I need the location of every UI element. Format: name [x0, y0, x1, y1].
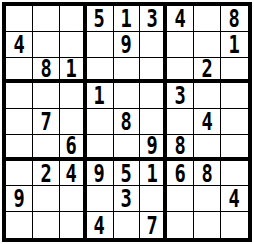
cell-value: 1	[146, 161, 157, 186]
cell-r3c5[interactable]	[114, 58, 141, 84]
cell-value: 8	[121, 109, 132, 134]
cell-r1c9[interactable]: 8	[221, 6, 248, 32]
cell-value: 7	[40, 109, 51, 134]
cell-r7c2[interactable]: 2	[33, 161, 60, 187]
cell-value: 1	[94, 83, 105, 108]
cell-r7c5[interactable]: 5	[114, 161, 141, 187]
cell-r1c3[interactable]	[60, 6, 87, 32]
cell-r5c9[interactable]	[221, 109, 248, 135]
cell-value: 3	[121, 186, 132, 211]
cell-value: 4	[175, 6, 186, 31]
cell-r6c7[interactable]: 8	[167, 135, 194, 161]
cell-value: 3	[146, 6, 157, 31]
cell-r5c6[interactable]	[140, 109, 167, 135]
cell-r1c6[interactable]: 3	[140, 6, 167, 32]
cell-value: 6	[66, 135, 77, 158]
sudoku-board: 5134849181213784698249516893447	[2, 2, 252, 242]
cell-value: 9	[146, 135, 157, 158]
cell-r8c1[interactable]: 9	[6, 186, 33, 212]
cell-r8c2[interactable]	[33, 186, 60, 212]
cell-r3c7[interactable]	[167, 58, 194, 84]
cell-r8c7[interactable]	[167, 186, 194, 212]
cell-value: 6	[175, 161, 186, 186]
cell-value: 3	[175, 83, 186, 108]
cell-r6c9[interactable]	[221, 135, 248, 161]
cell-r5c7[interactable]	[167, 109, 194, 135]
cell-r7c9[interactable]	[221, 161, 248, 187]
cell-r4c2[interactable]	[33, 83, 60, 109]
cell-r5c3[interactable]	[60, 109, 87, 135]
cell-r2c7[interactable]	[167, 32, 194, 58]
cell-r9c6[interactable]: 7	[140, 212, 167, 238]
cell-r4c7[interactable]: 3	[167, 83, 194, 109]
cell-value: 2	[202, 58, 213, 81]
cell-r1c8[interactable]	[194, 6, 221, 32]
cell-value: 9	[13, 186, 24, 211]
cell-value: 7	[146, 213, 157, 238]
cell-r6c1[interactable]	[6, 135, 33, 161]
cell-r6c8[interactable]	[194, 135, 221, 161]
cell-value: 1	[121, 6, 132, 31]
cell-r2c6[interactable]	[140, 32, 167, 58]
cell-r2c3[interactable]	[60, 32, 87, 58]
cell-r7c1[interactable]	[6, 161, 33, 187]
cell-value: 8	[40, 58, 51, 81]
cell-value: 8	[175, 135, 186, 158]
cell-value: 4	[94, 213, 105, 238]
cell-r9c2[interactable]	[33, 212, 60, 238]
cell-r3c2[interactable]: 8	[33, 58, 60, 84]
cell-r2c4[interactable]	[87, 32, 114, 58]
cell-value: 5	[94, 6, 105, 31]
cell-r3c9[interactable]	[221, 58, 248, 84]
cell-r2c2[interactable]	[33, 32, 60, 58]
cell-r1c2[interactable]	[33, 6, 60, 32]
cell-value: 2	[40, 161, 51, 186]
cell-value: 1	[229, 32, 240, 57]
cell-r9c3[interactable]	[60, 212, 87, 238]
cell-r6c5[interactable]	[114, 135, 141, 161]
cell-r6c2[interactable]	[33, 135, 60, 161]
cell-r6c4[interactable]	[87, 135, 114, 161]
cell-r6c3[interactable]: 6	[60, 135, 87, 161]
cell-value: 9	[121, 32, 132, 57]
cell-r8c9[interactable]: 4	[221, 186, 248, 212]
cell-r3c4[interactable]	[87, 58, 114, 84]
cell-r1c7[interactable]: 4	[167, 6, 194, 32]
cell-value: 5	[121, 161, 132, 186]
cell-r8c4[interactable]	[87, 186, 114, 212]
cell-r9c1[interactable]	[6, 212, 33, 238]
cell-r9c4[interactable]: 4	[87, 212, 114, 238]
cell-r2c8[interactable]	[194, 32, 221, 58]
cell-value: 4	[202, 109, 213, 134]
cell-value: 8	[229, 6, 240, 31]
cell-r4c5[interactable]	[114, 83, 141, 109]
cell-r5c2[interactable]: 7	[33, 109, 60, 135]
cell-r3c6[interactable]	[140, 58, 167, 84]
cell-r7c4[interactable]: 9	[87, 161, 114, 187]
cell-r8c8[interactable]	[194, 186, 221, 212]
cell-r4c3[interactable]	[60, 83, 87, 109]
cell-value: 4	[229, 186, 240, 211]
cell-r5c8[interactable]: 4	[194, 109, 221, 135]
cell-r4c6[interactable]	[140, 83, 167, 109]
cell-value: 4	[66, 161, 77, 186]
cell-r9c7[interactable]	[167, 212, 194, 238]
cell-r8c5[interactable]: 3	[114, 186, 141, 212]
cell-r2c1[interactable]: 4	[6, 32, 33, 58]
cell-r4c9[interactable]	[221, 83, 248, 109]
cell-r1c1[interactable]	[6, 6, 33, 32]
sudoku-board-container: 5134849181213784698249516893447	[2, 2, 252, 242]
cell-r7c3[interactable]: 4	[60, 161, 87, 187]
cell-r3c1[interactable]	[6, 58, 33, 84]
cell-r8c3[interactable]	[60, 186, 87, 212]
cell-r1c5[interactable]: 1	[114, 6, 141, 32]
cell-r7c8[interactable]: 8	[194, 161, 221, 187]
cell-r3c8[interactable]: 2	[194, 58, 221, 84]
cell-r9c5[interactable]	[114, 212, 141, 238]
cell-r4c8[interactable]	[194, 83, 221, 109]
cell-value: 4	[13, 32, 24, 57]
cell-r4c4[interactable]: 1	[87, 83, 114, 109]
cell-r4c1[interactable]	[6, 83, 33, 109]
cell-r9c9[interactable]	[221, 212, 248, 238]
cell-r8c6[interactable]	[140, 186, 167, 212]
cell-r5c1[interactable]	[6, 109, 33, 135]
cell-value: 1	[66, 58, 77, 81]
cell-r6c6[interactable]: 9	[140, 135, 167, 161]
cell-r9c8[interactable]	[194, 212, 221, 238]
cell-r5c5[interactable]: 8	[114, 109, 141, 135]
cell-value: 8	[202, 161, 213, 186]
cell-r5c4[interactable]	[87, 109, 114, 135]
cell-r7c6[interactable]: 1	[140, 161, 167, 187]
cell-r2c9[interactable]: 1	[221, 32, 248, 58]
cell-r3c3[interactable]: 1	[60, 58, 87, 84]
cell-r7c7[interactable]: 6	[167, 161, 194, 187]
cell-r1c4[interactable]: 5	[87, 6, 114, 32]
cell-r2c5[interactable]: 9	[114, 32, 141, 58]
cell-value: 9	[94, 161, 105, 186]
